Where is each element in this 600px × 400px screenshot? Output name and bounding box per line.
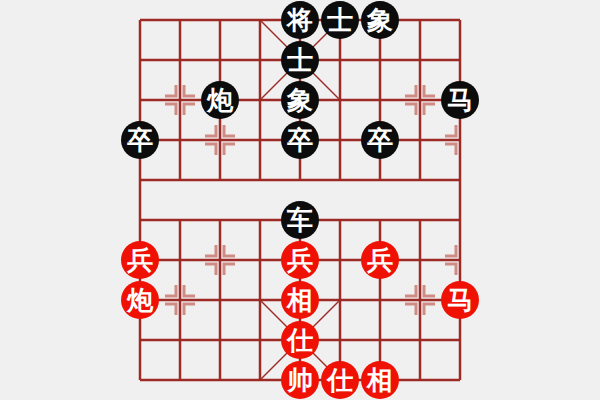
piece-red-general[interactable]: 帅 [281, 361, 319, 399]
piece-red-horse[interactable]: 马 [441, 281, 479, 319]
piece-black-advisor[interactable]: 士 [281, 41, 319, 79]
xiangqi-board[interactable]: 将士象士炮象马卒卒卒车兵兵兵炮相马仕帅仕相 [120, 0, 480, 400]
piece-black-horse[interactable]: 马 [441, 81, 479, 119]
piece-black-soldier[interactable]: 卒 [121, 121, 159, 159]
piece-black-general[interactable]: 将 [281, 1, 319, 39]
piece-black-cannon[interactable]: 炮 [201, 81, 239, 119]
piece-red-cannon[interactable]: 炮 [121, 281, 159, 319]
piece-black-chariot[interactable]: 车 [281, 201, 319, 239]
piece-red-advisor[interactable]: 仕 [281, 321, 319, 359]
piece-black-soldier[interactable]: 卒 [281, 121, 319, 159]
piece-red-elephant[interactable]: 相 [281, 281, 319, 319]
piece-red-soldier[interactable]: 兵 [281, 241, 319, 279]
piece-red-advisor[interactable]: 仕 [321, 361, 359, 399]
piece-black-elephant[interactable]: 象 [361, 1, 399, 39]
xiangqi-board-screen: 将士象士炮象马卒卒卒车兵兵兵炮相马仕帅仕相 [0, 0, 600, 400]
piece-red-soldier[interactable]: 兵 [121, 241, 159, 279]
piece-red-soldier[interactable]: 兵 [361, 241, 399, 279]
piece-black-soldier[interactable]: 卒 [361, 121, 399, 159]
piece-black-advisor[interactable]: 士 [321, 1, 359, 39]
piece-black-elephant[interactable]: 象 [281, 81, 319, 119]
piece-red-elephant[interactable]: 相 [361, 361, 399, 399]
